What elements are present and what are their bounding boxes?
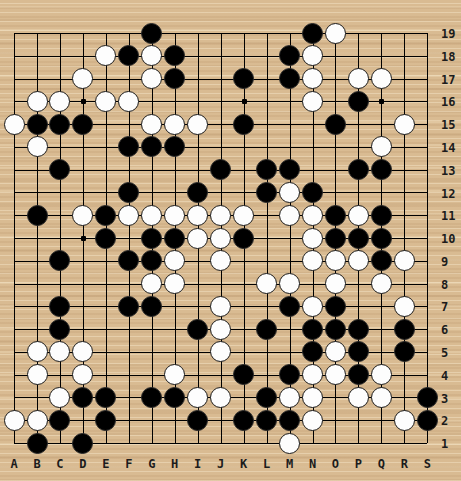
- star-point: [81, 236, 86, 241]
- row-label-14: 14: [441, 141, 455, 155]
- black-stone-K4: [233, 364, 254, 385]
- white-stone-R2: [394, 410, 415, 431]
- white-stone-N16: [302, 91, 323, 112]
- black-stone-F12: [118, 182, 139, 203]
- column-label-B: B: [33, 457, 40, 471]
- white-stone-O19: [325, 23, 346, 44]
- white-stone-Q8: [371, 273, 392, 294]
- white-stone-R9: [394, 250, 415, 271]
- white-stone-R7: [394, 296, 415, 317]
- black-stone-L12: [256, 182, 277, 203]
- black-stone-F9: [118, 250, 139, 271]
- black-stone-C13: [49, 159, 70, 180]
- black-stone-C9: [49, 250, 70, 271]
- black-stone-O7: [325, 296, 346, 317]
- white-stone-J11: [210, 205, 231, 226]
- white-stone-N11: [302, 205, 323, 226]
- black-stone-H14: [164, 136, 185, 157]
- row-label-16: 16: [441, 95, 455, 109]
- white-stone-H9: [164, 250, 185, 271]
- column-label-E: E: [102, 457, 109, 471]
- white-stone-J10: [210, 228, 231, 249]
- black-stone-P5: [348, 341, 369, 362]
- row-label-2: 2: [441, 414, 448, 428]
- white-stone-E18: [95, 45, 116, 66]
- white-stone-N10: [302, 228, 323, 249]
- white-stone-L8: [256, 273, 277, 294]
- white-stone-F16: [118, 91, 139, 112]
- column-label-S: S: [424, 457, 431, 471]
- black-stone-G14: [141, 136, 162, 157]
- black-stone-R6: [394, 319, 415, 340]
- black-stone-E10: [95, 228, 116, 249]
- black-stone-O15: [325, 114, 346, 135]
- black-stone-I6: [187, 319, 208, 340]
- white-stone-B4: [27, 364, 48, 385]
- white-stone-N7: [302, 296, 323, 317]
- white-stone-R15: [394, 114, 415, 135]
- black-stone-K15: [233, 114, 254, 135]
- black-stone-O6: [325, 319, 346, 340]
- white-stone-J9: [210, 250, 231, 271]
- column-label-A: A: [10, 457, 17, 471]
- black-stone-C15: [49, 114, 70, 135]
- white-stone-Q17: [371, 68, 392, 89]
- white-stone-K11: [233, 205, 254, 226]
- row-label-5: 5: [441, 346, 448, 360]
- black-stone-Q9: [371, 250, 392, 271]
- row-label-17: 17: [441, 73, 455, 87]
- white-stone-M1: [279, 433, 300, 454]
- row-label-1: 1: [441, 437, 448, 451]
- row-label-4: 4: [441, 369, 448, 383]
- white-stone-H11: [164, 205, 185, 226]
- black-stone-Q10: [371, 228, 392, 249]
- black-stone-P13: [348, 159, 369, 180]
- black-stone-P4: [348, 364, 369, 385]
- white-stone-F11: [118, 205, 139, 226]
- white-stone-C16: [49, 91, 70, 112]
- row-label-12: 12: [441, 187, 455, 201]
- column-label-N: N: [309, 457, 316, 471]
- white-stone-O9: [325, 250, 346, 271]
- white-stone-N18: [302, 45, 323, 66]
- white-stone-P3: [348, 387, 369, 408]
- white-stone-G8: [141, 273, 162, 294]
- white-stone-I15: [187, 114, 208, 135]
- black-stone-C2: [49, 410, 70, 431]
- black-stone-Q13: [371, 159, 392, 180]
- row-label-7: 7: [441, 300, 448, 314]
- row-label-8: 8: [441, 278, 448, 292]
- black-stone-N19: [302, 23, 323, 44]
- white-stone-N3: [302, 387, 323, 408]
- black-stone-P10: [348, 228, 369, 249]
- black-stone-B1: [27, 433, 48, 454]
- black-stone-G10: [141, 228, 162, 249]
- white-stone-H15: [164, 114, 185, 135]
- white-stone-A2: [4, 410, 25, 431]
- white-stone-M3: [279, 387, 300, 408]
- white-stone-B16: [27, 91, 48, 112]
- column-label-J: J: [217, 457, 224, 471]
- black-stone-D3: [72, 387, 93, 408]
- white-stone-D4: [72, 364, 93, 385]
- black-stone-F7: [118, 296, 139, 317]
- black-stone-G3: [141, 387, 162, 408]
- black-stone-H10: [164, 228, 185, 249]
- black-stone-L3: [256, 387, 277, 408]
- white-stone-G18: [141, 45, 162, 66]
- white-stone-G17: [141, 68, 162, 89]
- black-stone-O11: [325, 205, 346, 226]
- column-label-M: M: [286, 457, 293, 471]
- black-stone-H17: [164, 68, 185, 89]
- white-stone-O8: [325, 273, 346, 294]
- black-stone-K17: [233, 68, 254, 89]
- column-label-R: R: [401, 457, 408, 471]
- black-stone-M18: [279, 45, 300, 66]
- star-point: [379, 99, 384, 104]
- white-stone-M11: [279, 205, 300, 226]
- white-stone-O5: [325, 341, 346, 362]
- white-stone-B5: [27, 341, 48, 362]
- white-stone-D17: [72, 68, 93, 89]
- black-stone-D15: [72, 114, 93, 135]
- black-stone-L6: [256, 319, 277, 340]
- white-stone-B14: [27, 136, 48, 157]
- column-label-O: O: [332, 457, 339, 471]
- column-label-C: C: [56, 457, 63, 471]
- white-stone-D11: [72, 205, 93, 226]
- white-stone-N9: [302, 250, 323, 271]
- row-label-9: 9: [441, 255, 448, 269]
- white-stone-Q3: [371, 387, 392, 408]
- white-stone-I10: [187, 228, 208, 249]
- white-stone-A15: [4, 114, 25, 135]
- column-label-L: L: [263, 457, 270, 471]
- column-label-H: H: [171, 457, 178, 471]
- black-stone-S3: [417, 387, 438, 408]
- black-stone-Q11: [371, 205, 392, 226]
- black-stone-G9: [141, 250, 162, 271]
- grid-line-vertical: [267, 33, 268, 443]
- column-label-Q: Q: [378, 457, 385, 471]
- black-stone-I2: [187, 410, 208, 431]
- white-stone-N17: [302, 68, 323, 89]
- white-stone-M8: [279, 273, 300, 294]
- white-stone-D5: [72, 341, 93, 362]
- black-stone-M4: [279, 364, 300, 385]
- row-label-18: 18: [441, 50, 455, 64]
- black-stone-R5: [394, 341, 415, 362]
- row-label-19: 19: [441, 27, 455, 41]
- black-stone-F18: [118, 45, 139, 66]
- white-stone-O4: [325, 364, 346, 385]
- black-stone-E3: [95, 387, 116, 408]
- black-stone-G19: [141, 23, 162, 44]
- white-stone-H8: [164, 273, 185, 294]
- black-stone-M17: [279, 68, 300, 89]
- black-stone-K10: [233, 228, 254, 249]
- black-stone-E2: [95, 410, 116, 431]
- black-stone-G7: [141, 296, 162, 317]
- white-stone-I11: [187, 205, 208, 226]
- black-stone-B11: [27, 205, 48, 226]
- row-label-3: 3: [441, 392, 448, 406]
- black-stone-C7: [49, 296, 70, 317]
- star-point: [242, 99, 247, 104]
- go-board-screenshot: ABCDEFGHIJKLMNOPQRS 19181716151413121110…: [0, 0, 461, 481]
- black-stone-K2: [233, 410, 254, 431]
- black-stone-S2: [417, 410, 438, 431]
- row-label-6: 6: [441, 323, 448, 337]
- black-stone-M7: [279, 296, 300, 317]
- column-label-P: P: [355, 457, 362, 471]
- white-stone-I3: [187, 387, 208, 408]
- grid-line-vertical: [404, 33, 405, 443]
- row-label-13: 13: [441, 164, 455, 178]
- black-stone-P16: [348, 91, 369, 112]
- white-stone-G15: [141, 114, 162, 135]
- column-label-G: G: [148, 457, 155, 471]
- black-stone-C6: [49, 319, 70, 340]
- white-stone-C3: [49, 387, 70, 408]
- white-stone-Q14: [371, 136, 392, 157]
- white-stone-P11: [348, 205, 369, 226]
- black-stone-P6: [348, 319, 369, 340]
- grid-line-vertical: [14, 33, 15, 443]
- white-stone-P17: [348, 68, 369, 89]
- black-stone-N6: [302, 319, 323, 340]
- white-stone-N2: [302, 410, 323, 431]
- white-stone-M12: [279, 182, 300, 203]
- star-point: [81, 99, 86, 104]
- row-label-15: 15: [441, 118, 455, 132]
- white-stone-J5: [210, 341, 231, 362]
- black-stone-F14: [118, 136, 139, 157]
- black-stone-H18: [164, 45, 185, 66]
- black-stone-B15: [27, 114, 48, 135]
- white-stone-Q4: [371, 364, 392, 385]
- black-stone-D1: [72, 433, 93, 454]
- black-stone-H3: [164, 387, 185, 408]
- white-stone-J3: [210, 387, 231, 408]
- black-stone-I12: [187, 182, 208, 203]
- white-stone-G11: [141, 205, 162, 226]
- column-label-K: K: [240, 457, 247, 471]
- black-stone-J13: [210, 159, 231, 180]
- white-stone-C5: [49, 341, 70, 362]
- black-stone-N5: [302, 341, 323, 362]
- black-stone-M13: [279, 159, 300, 180]
- row-label-11: 11: [441, 209, 455, 223]
- white-stone-N4: [302, 364, 323, 385]
- black-stone-L2: [256, 410, 277, 431]
- column-label-I: I: [194, 457, 201, 471]
- white-stone-E16: [95, 91, 116, 112]
- row-label-10: 10: [441, 232, 455, 246]
- black-stone-M2: [279, 410, 300, 431]
- white-stone-J7: [210, 296, 231, 317]
- column-label-F: F: [125, 457, 132, 471]
- black-stone-L13: [256, 159, 277, 180]
- black-stone-O10: [325, 228, 346, 249]
- grid-line-vertical: [427, 33, 428, 443]
- white-stone-J6: [210, 319, 231, 340]
- white-stone-P9: [348, 250, 369, 271]
- black-stone-E11: [95, 205, 116, 226]
- white-stone-B2: [27, 410, 48, 431]
- column-label-D: D: [79, 457, 86, 471]
- black-stone-N12: [302, 182, 323, 203]
- white-stone-H4: [164, 364, 185, 385]
